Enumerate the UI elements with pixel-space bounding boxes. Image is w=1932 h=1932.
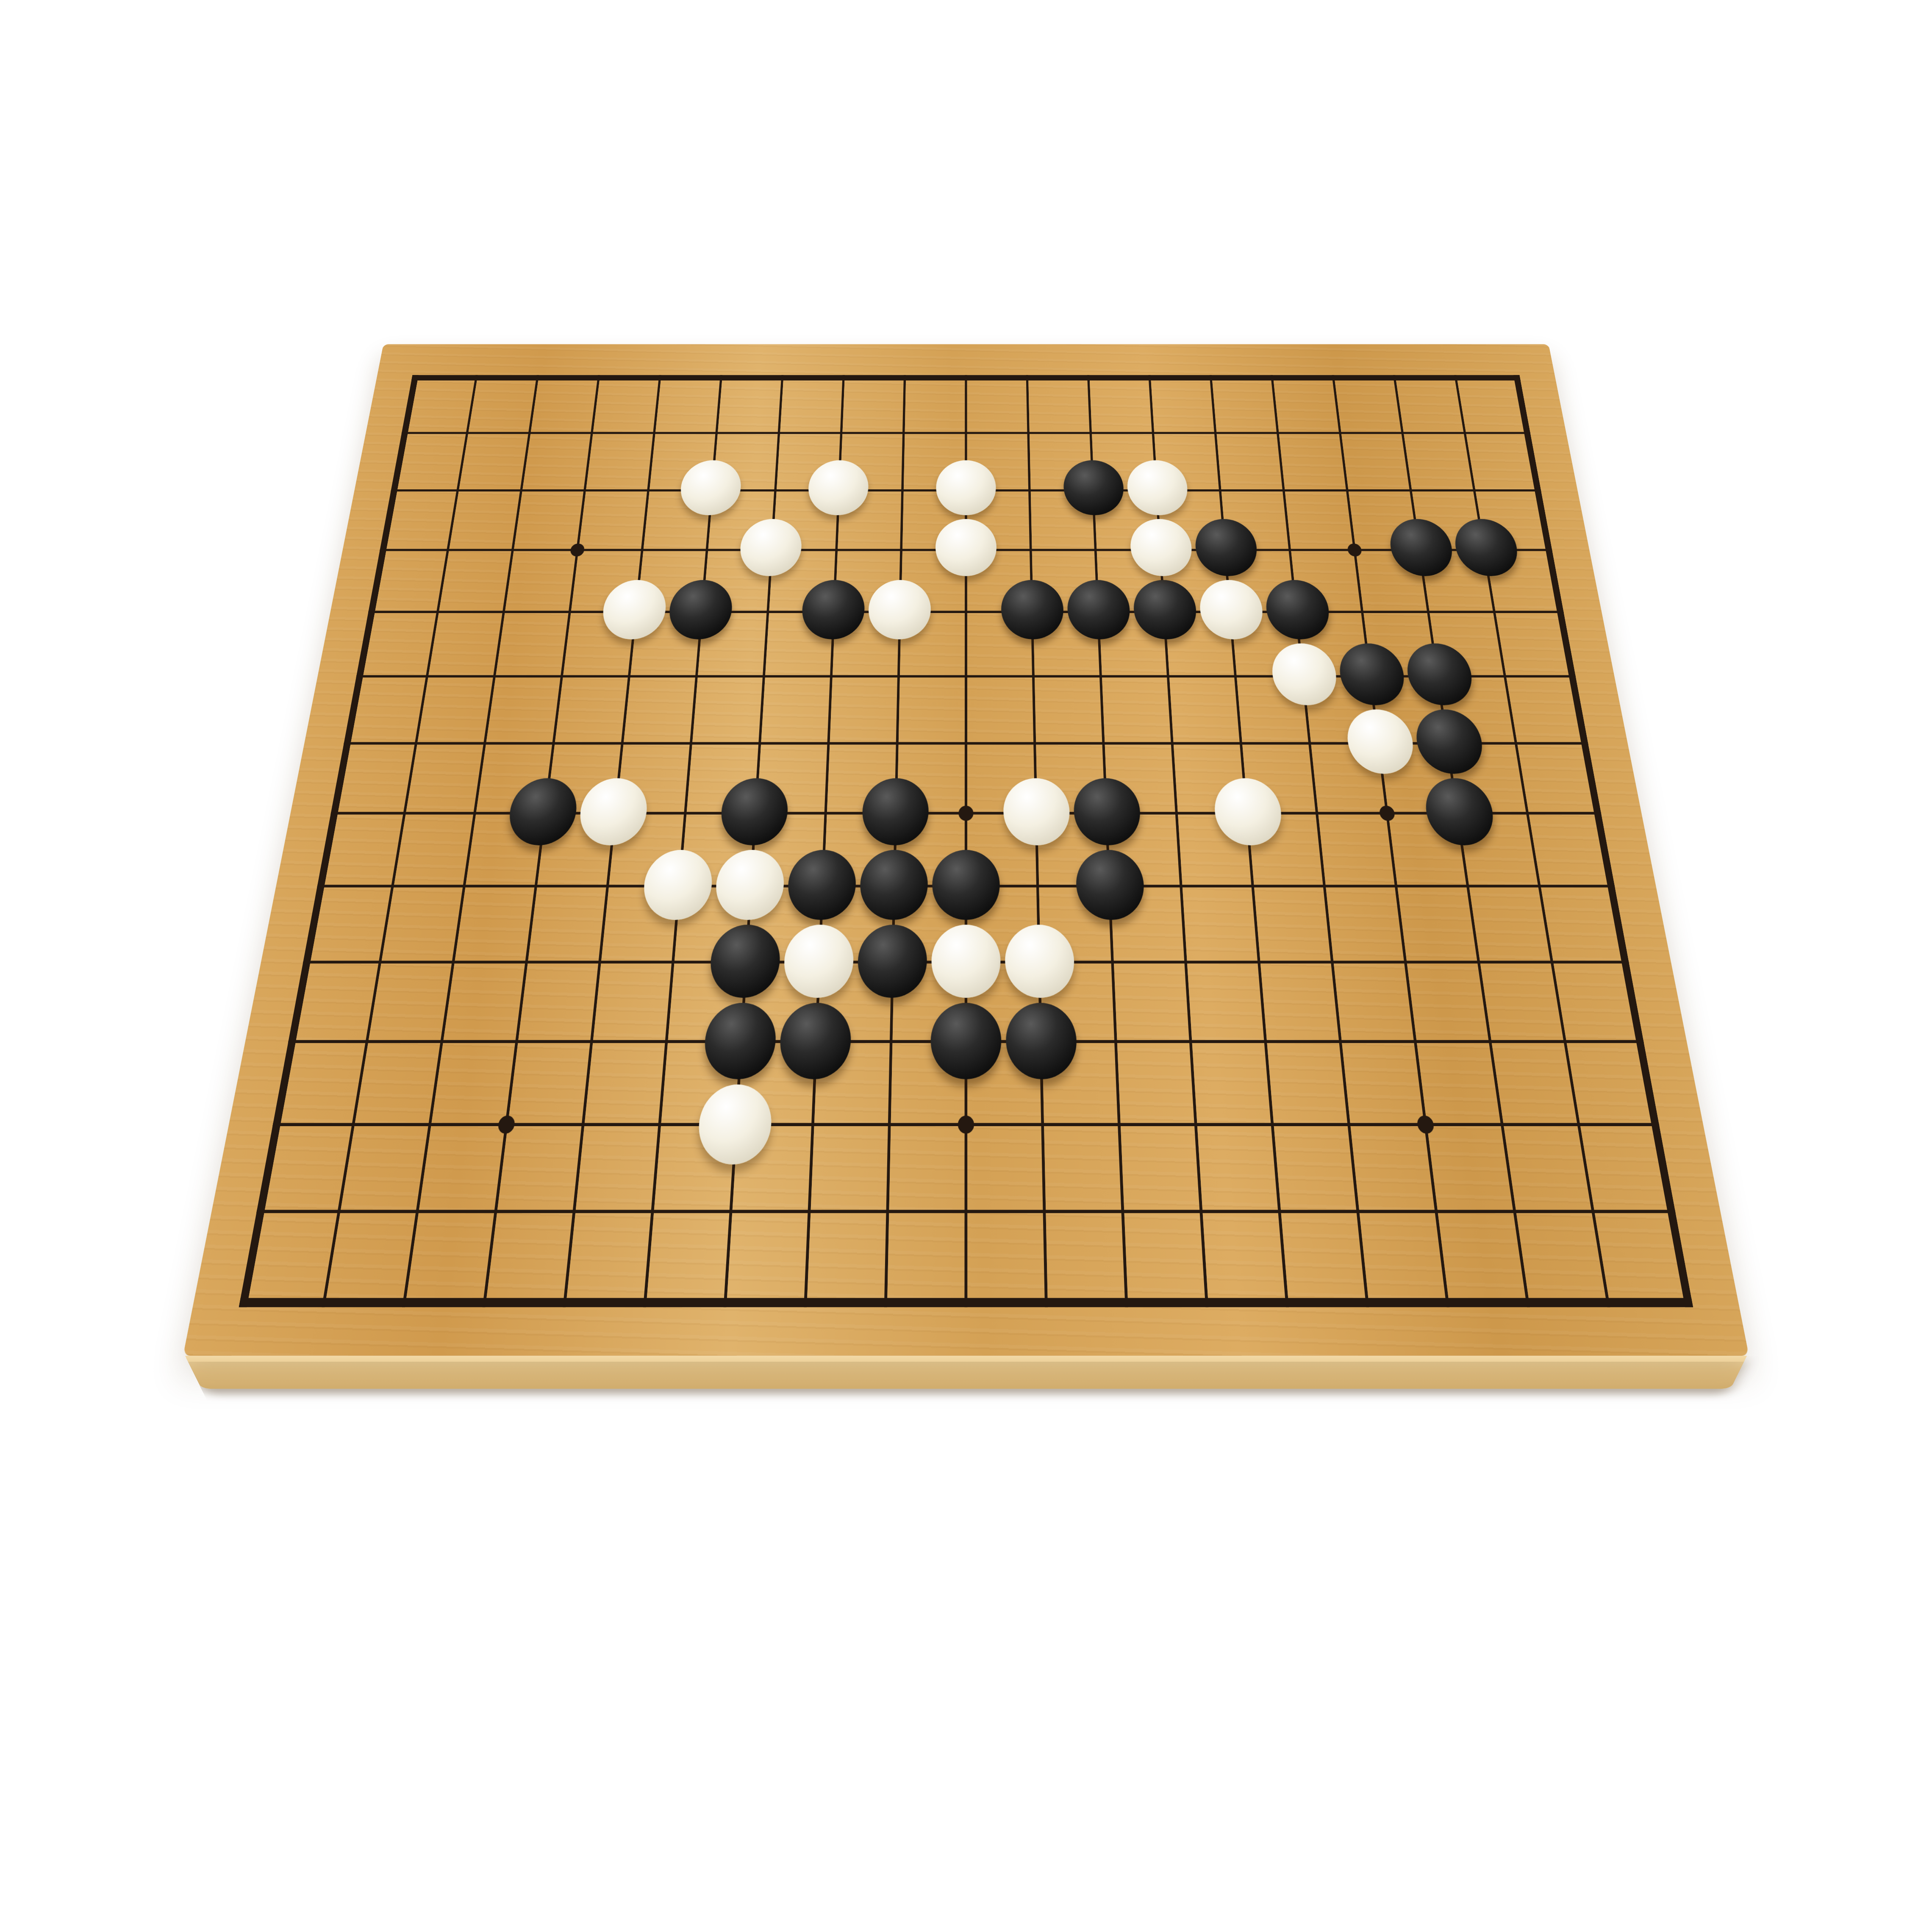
stone-white[interactable] (1129, 519, 1194, 576)
grid-line-vertical (1271, 375, 1369, 1307)
go-board[interactable] (183, 344, 1749, 1356)
stone-white[interactable] (714, 850, 786, 920)
stone-white[interactable] (600, 580, 668, 639)
stone-white[interactable] (577, 778, 650, 845)
stone-white[interactable] (678, 460, 743, 515)
stone-black[interactable] (861, 778, 929, 845)
stone-white[interactable] (935, 519, 997, 576)
stone-black[interactable] (1075, 850, 1146, 920)
stone-white[interactable] (641, 850, 714, 920)
hoshi-star-point (1379, 806, 1396, 821)
stone-black[interactable] (932, 850, 1000, 920)
stone-white[interactable] (1344, 709, 1417, 774)
hoshi-star-point (570, 544, 585, 556)
stone-black[interactable] (801, 580, 866, 639)
hoshi-star-point (958, 806, 973, 821)
stone-black[interactable] (1194, 519, 1259, 576)
page-background: { "game": "go", "scene": { "description_… (0, 0, 1932, 1932)
board-border-line (239, 375, 419, 1307)
board-border-line (1513, 375, 1693, 1307)
stone-black[interactable] (1066, 580, 1131, 639)
stone-white[interactable] (936, 460, 996, 515)
stone-black[interactable] (1337, 644, 1408, 705)
stone-black[interactable] (1422, 778, 1498, 845)
board-border-line (411, 375, 1521, 380)
stone-white[interactable] (1270, 644, 1340, 705)
grid-line-horizontal (368, 611, 1564, 613)
grid-line-horizontal (256, 1210, 1676, 1213)
stone-black[interactable] (702, 1003, 778, 1079)
hoshi-star-point (1347, 544, 1362, 556)
stone-white[interactable] (807, 460, 869, 515)
stone-white[interactable] (783, 925, 855, 998)
stone-black[interactable] (667, 580, 734, 639)
grid-line-vertical (1332, 375, 1449, 1307)
grid-line-horizontal (402, 432, 1531, 434)
stone-white[interactable] (1198, 580, 1265, 639)
stone-black[interactable] (1063, 460, 1125, 515)
stone-black[interactable] (1001, 580, 1064, 639)
stone-black[interactable] (1073, 778, 1142, 845)
stone-black[interactable] (859, 850, 928, 920)
stone-black[interactable] (1413, 709, 1487, 774)
stone-black[interactable] (1387, 519, 1456, 576)
stone-white[interactable] (868, 580, 931, 639)
stone-black[interactable] (1451, 519, 1521, 576)
stone-black[interactable] (778, 1003, 852, 1079)
grid-line-vertical (322, 375, 478, 1307)
stone-black[interactable] (1132, 580, 1198, 639)
stone-black[interactable] (719, 778, 789, 845)
board-front-bevel (185, 1356, 1747, 1389)
stone-black[interactable] (786, 850, 857, 920)
stone-white[interactable] (1213, 778, 1284, 845)
stone-black[interactable] (1264, 580, 1332, 639)
stone-black[interactable] (1404, 644, 1476, 705)
stone-white[interactable] (931, 925, 1001, 998)
stone-white[interactable] (1126, 460, 1189, 515)
stone-black[interactable] (708, 925, 782, 998)
stone-white[interactable] (1003, 778, 1071, 845)
stone-white[interactable] (696, 1085, 773, 1165)
stone-black[interactable] (1005, 1003, 1077, 1079)
stone-black[interactable] (857, 925, 927, 998)
stone-black[interactable] (505, 778, 580, 845)
stone-white[interactable] (738, 519, 803, 576)
grid-line-vertical (402, 375, 539, 1307)
stone-white[interactable] (1005, 925, 1075, 998)
stone-black[interactable] (930, 1003, 1002, 1079)
go-board-scene (182, 199, 1750, 1356)
